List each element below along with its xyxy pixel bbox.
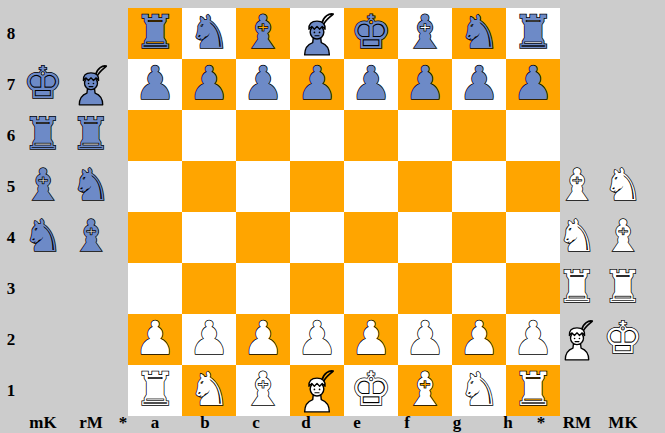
white-pawn-icon[interactable]: ♟: [188, 315, 229, 361]
reserve-rM-rank7-blue-man[interactable]: [68, 59, 114, 110]
blue-bishop-icon[interactable]: ♝: [404, 9, 445, 55]
file-label-g: g: [435, 413, 479, 433]
square-f4[interactable]: [398, 212, 452, 263]
square-f2[interactable]: ♟: [398, 314, 452, 365]
reserve-MK-rank4-white-bishop[interactable]: ♝: [600, 212, 646, 263]
rank-label-2: 2: [2, 314, 20, 365]
square-e7[interactable]: ♟: [344, 59, 398, 110]
blue-knight-icon[interactable]: ♞: [23, 214, 62, 258]
square-a3[interactable]: [128, 263, 182, 314]
square-f7[interactable]: ♟: [398, 59, 452, 110]
reserve-rM-rank6-blue-rook[interactable]: ♜: [68, 110, 114, 161]
white-knight-icon[interactable]: ♞: [188, 366, 229, 412]
square-h6[interactable]: [506, 110, 560, 161]
white-man-icon[interactable]: [559, 319, 595, 361]
square-f6[interactable]: [398, 110, 452, 161]
square-h7[interactable]: ♟: [506, 59, 560, 110]
white-knight-icon[interactable]: ♞: [458, 366, 499, 412]
reserve-rM-rank4-blue-bishop[interactable]: ♝: [68, 212, 114, 263]
square-e8[interactable]: ♚: [344, 8, 398, 59]
white-pawn-icon[interactable]: ♟: [512, 315, 553, 361]
square-d4[interactable]: [290, 212, 344, 263]
square-d1[interactable]: [290, 365, 344, 416]
white-pawn-icon[interactable]: ♟: [458, 315, 499, 361]
blue-knight-icon[interactable]: ♞: [71, 163, 110, 207]
square-f8[interactable]: ♝: [398, 8, 452, 59]
reserve-RM-rank4-white-knight[interactable]: ♞: [554, 212, 600, 263]
blue-man-icon[interactable]: [298, 12, 336, 56]
square-h3[interactable]: [506, 263, 560, 314]
white-man-icon[interactable]: [298, 369, 336, 413]
white-king-icon[interactable]: ♚: [603, 316, 642, 360]
square-g3[interactable]: [452, 263, 506, 314]
file-label-a: a: [133, 413, 177, 433]
white-pawn-icon[interactable]: ♟: [296, 315, 337, 361]
square-g2[interactable]: ♟: [452, 314, 506, 365]
white-knight-icon[interactable]: ♞: [603, 163, 642, 207]
square-d7[interactable]: ♟: [290, 59, 344, 110]
square-a4[interactable]: [128, 212, 182, 263]
reserve-column-label-RM: RM: [555, 413, 599, 433]
square-e4[interactable]: [344, 212, 398, 263]
white-pawn-icon[interactable]: ♟: [242, 315, 283, 361]
square-h1[interactable]: ♜: [506, 365, 560, 416]
white-rook-icon[interactable]: ♜: [557, 265, 596, 309]
reserve-mK-rank6-blue-rook[interactable]: ♜: [20, 110, 66, 161]
square-c3[interactable]: [236, 263, 290, 314]
square-d6[interactable]: [290, 110, 344, 161]
reserve-rM-rank5-blue-knight[interactable]: ♞: [68, 161, 114, 212]
rank-label-6: 6: [2, 110, 20, 161]
reserve-MK-rank2-white-king[interactable]: ♚: [600, 314, 646, 365]
blue-king-icon[interactable]: ♚: [23, 61, 62, 105]
white-bishop-icon[interactable]: ♝: [557, 163, 596, 207]
blue-pawn-icon[interactable]: ♟: [242, 60, 283, 106]
white-bishop-icon[interactable]: ♝: [404, 366, 445, 412]
file-label-f: f: [385, 413, 429, 433]
square-d8[interactable]: [290, 8, 344, 59]
square-b6[interactable]: [182, 110, 236, 161]
square-b1[interactable]: ♞: [182, 365, 236, 416]
file-label-d: d: [284, 413, 328, 433]
blue-bishop-icon[interactable]: ♝: [71, 214, 110, 258]
reserve-RM-rank2-white-man[interactable]: [554, 314, 600, 365]
blue-knight-icon[interactable]: ♞: [458, 9, 499, 55]
reserve-column-label-MK: MK: [601, 413, 645, 433]
blue-bishop-icon[interactable]: ♝: [242, 9, 283, 55]
square-c4[interactable]: [236, 212, 290, 263]
blue-bishop-icon[interactable]: ♝: [23, 163, 62, 207]
square-h2[interactable]: ♟: [506, 314, 560, 365]
rank-label-3: 3: [2, 263, 20, 314]
blue-rook-icon[interactable]: ♜: [512, 9, 553, 55]
blue-rook-icon[interactable]: ♜: [23, 112, 62, 156]
reserve-MK-rank5-white-knight[interactable]: ♞: [600, 161, 646, 212]
white-pawn-icon[interactable]: ♟: [350, 315, 391, 361]
blue-pawn-icon[interactable]: ♟: [134, 60, 175, 106]
white-knight-icon[interactable]: ♞: [557, 214, 596, 258]
square-b3[interactable]: [182, 263, 236, 314]
white-rook-icon[interactable]: ♜: [512, 366, 553, 412]
square-c6[interactable]: [236, 110, 290, 161]
square-d2[interactable]: ♟: [290, 314, 344, 365]
blue-pawn-icon[interactable]: ♟: [458, 60, 499, 106]
square-g4[interactable]: [452, 212, 506, 263]
square-c5[interactable]: [236, 161, 290, 212]
white-king-icon[interactable]: ♚: [350, 366, 391, 412]
reserve-MK-rank3-white-rook[interactable]: ♜: [600, 263, 646, 314]
blue-rook-icon[interactable]: ♜: [71, 112, 110, 156]
blue-knight-icon[interactable]: ♞: [188, 9, 229, 55]
square-g1[interactable]: ♞: [452, 365, 506, 416]
reserve-column-label-mK: mK: [21, 413, 65, 433]
square-g8[interactable]: ♞: [452, 8, 506, 59]
rank-label-7: 7: [2, 59, 20, 110]
square-e5[interactable]: [344, 161, 398, 212]
blue-rook-icon[interactable]: ♜: [134, 9, 175, 55]
reserve-mK-rank7-blue-king[interactable]: ♚: [20, 59, 66, 110]
square-g7[interactable]: ♟: [452, 59, 506, 110]
square-e6[interactable]: [344, 110, 398, 161]
square-a7[interactable]: ♟: [128, 59, 182, 110]
square-b8[interactable]: ♞: [182, 8, 236, 59]
square-b4[interactable]: [182, 212, 236, 263]
blue-pawn-icon[interactable]: ♟: [296, 60, 337, 106]
file-label-c: c: [234, 413, 278, 433]
square-h4[interactable]: [506, 212, 560, 263]
reserve-RM-rank5-white-bishop[interactable]: ♝: [554, 161, 600, 212]
chess-variant-screen: 87654321 ♜♞♝♚♝♞♜♟♟♟♟♟♟♟♟♟♟♟♟♟♟♟♟♜♞♝♚♝♞♜ …: [0, 0, 665, 433]
square-a1[interactable]: ♜: [128, 365, 182, 416]
white-rook-icon[interactable]: ♜: [134, 366, 175, 412]
blue-pawn-icon[interactable]: ♟: [188, 60, 229, 106]
square-a5[interactable]: [128, 161, 182, 212]
square-b2[interactable]: ♟: [182, 314, 236, 365]
blue-pawn-icon[interactable]: ♟: [512, 60, 553, 106]
square-b7[interactable]: ♟: [182, 59, 236, 110]
square-c7[interactable]: ♟: [236, 59, 290, 110]
square-d5[interactable]: [290, 161, 344, 212]
square-c8[interactable]: ♝: [236, 8, 290, 59]
blue-pawn-icon[interactable]: ♟: [404, 60, 445, 106]
square-a8[interactable]: ♜: [128, 8, 182, 59]
square-h5[interactable]: [506, 161, 560, 212]
square-e3[interactable]: [344, 263, 398, 314]
square-b5[interactable]: [182, 161, 236, 212]
square-g5[interactable]: [452, 161, 506, 212]
rank-label-8: 8: [2, 8, 20, 59]
square-c2[interactable]: ♟: [236, 314, 290, 365]
file-label-e: e: [335, 413, 379, 433]
white-pawn-icon[interactable]: ♟: [404, 315, 445, 361]
square-e1[interactable]: ♚: [344, 365, 398, 416]
rank-label-1: 1: [2, 365, 20, 416]
square-a6[interactable]: [128, 110, 182, 161]
rank-label-5: 5: [2, 161, 20, 212]
blue-man-icon[interactable]: [73, 64, 109, 106]
square-g6[interactable]: [452, 110, 506, 161]
white-pawn-icon[interactable]: ♟: [134, 315, 175, 361]
white-rook-icon[interactable]: ♜: [603, 265, 642, 309]
white-bishop-icon[interactable]: ♝: [603, 214, 642, 258]
square-f5[interactable]: [398, 161, 452, 212]
square-c1[interactable]: ♝: [236, 365, 290, 416]
rank-label-4: 4: [2, 212, 20, 263]
reserve-RM-rank3-white-rook[interactable]: ♜: [554, 263, 600, 314]
square-f3[interactable]: [398, 263, 452, 314]
file-label-b: b: [183, 413, 227, 433]
reserve-mK-rank5-blue-bishop[interactable]: ♝: [20, 161, 66, 212]
square-e2[interactable]: ♟: [344, 314, 398, 365]
blue-king-icon[interactable]: ♚: [350, 9, 391, 55]
chess-board: ♜♞♝♚♝♞♜♟♟♟♟♟♟♟♟♟♟♟♟♟♟♟♟♜♞♝♚♝♞♜: [128, 8, 560, 416]
white-bishop-icon[interactable]: ♝: [242, 366, 283, 412]
reserve-mK-rank4-blue-knight[interactable]: ♞: [20, 212, 66, 263]
square-a2[interactable]: ♟: [128, 314, 182, 365]
square-h8[interactable]: ♜: [506, 8, 560, 59]
square-f1[interactable]: ♝: [398, 365, 452, 416]
square-d3[interactable]: [290, 263, 344, 314]
blue-pawn-icon[interactable]: ♟: [350, 60, 391, 106]
